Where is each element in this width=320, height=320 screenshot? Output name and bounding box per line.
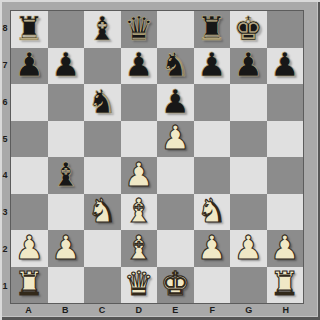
black-pawn[interactable]: ♟	[51, 48, 81, 81]
square-e8[interactable]	[157, 11, 194, 48]
square-c1[interactable]	[84, 267, 121, 304]
file-label-e: E	[157, 303, 194, 317]
square-b3[interactable]	[48, 194, 85, 231]
square-h2[interactable]: ♟	[267, 230, 304, 267]
file-label-f: F	[194, 303, 231, 317]
chess-diagram: 87654321 ♜♝♛♜♚♟♟♟♞♟♟♟♞♟♟♝♟♞♝♞♟♟♝♟♟♟♜♛♚♜ …	[0, 0, 320, 320]
square-d6[interactable]	[121, 84, 158, 121]
black-pawn[interactable]: ♟	[124, 48, 154, 81]
square-f1[interactable]	[194, 267, 231, 304]
square-c8[interactable]: ♝	[84, 11, 121, 48]
square-a2[interactable]: ♟	[11, 230, 48, 267]
rank-label-4: 4	[0, 157, 10, 194]
white-pawn[interactable]: ♟	[14, 231, 44, 264]
square-c6[interactable]: ♞	[84, 84, 121, 121]
square-b8[interactable]	[48, 11, 85, 48]
square-d1[interactable]: ♛	[121, 267, 158, 304]
square-g3[interactable]	[230, 194, 267, 231]
square-e1[interactable]: ♚	[157, 267, 194, 304]
square-a8[interactable]: ♜	[11, 11, 48, 48]
square-b7[interactable]: ♟	[48, 48, 85, 85]
square-g8[interactable]: ♚	[230, 11, 267, 48]
square-h5[interactable]	[267, 121, 304, 158]
white-knight[interactable]: ♞	[87, 194, 117, 227]
file-label-a: A	[10, 303, 47, 317]
square-g4[interactable]	[230, 157, 267, 194]
white-pawn[interactable]: ♟	[160, 121, 190, 154]
square-f3[interactable]: ♞	[194, 194, 231, 231]
square-c7[interactable]	[84, 48, 121, 85]
square-a6[interactable]	[11, 84, 48, 121]
square-e4[interactable]	[157, 157, 194, 194]
white-pawn[interactable]: ♟	[124, 158, 154, 191]
square-a4[interactable]	[11, 157, 48, 194]
square-b5[interactable]	[48, 121, 85, 158]
black-pawn[interactable]: ♟	[197, 48, 227, 81]
square-g2[interactable]: ♟	[230, 230, 267, 267]
white-pawn[interactable]: ♟	[233, 231, 263, 264]
file-labels: ABCDEFGH	[10, 303, 304, 317]
white-knight[interactable]: ♞	[197, 194, 227, 227]
black-queen[interactable]: ♛	[124, 12, 154, 45]
rank-label-7: 7	[0, 47, 10, 84]
square-a1[interactable]: ♜	[11, 267, 48, 304]
square-c2[interactable]	[84, 230, 121, 267]
rank-label-3: 3	[0, 194, 10, 231]
square-g7[interactable]: ♟	[230, 48, 267, 85]
square-h8[interactable]	[267, 11, 304, 48]
square-f4[interactable]	[194, 157, 231, 194]
square-h4[interactable]	[267, 157, 304, 194]
file-label-d: D	[120, 303, 157, 317]
square-c3[interactable]: ♞	[84, 194, 121, 231]
white-rook[interactable]: ♜	[270, 267, 300, 300]
square-c4[interactable]	[84, 157, 121, 194]
rank-label-8: 8	[0, 10, 10, 47]
square-d5[interactable]	[121, 121, 158, 158]
square-c5[interactable]	[84, 121, 121, 158]
square-e3[interactable]	[157, 194, 194, 231]
rank-label-5: 5	[0, 120, 10, 157]
square-h7[interactable]: ♟	[267, 48, 304, 85]
square-g1[interactable]	[230, 267, 267, 304]
square-e2[interactable]	[157, 230, 194, 267]
square-f8[interactable]: ♜	[194, 11, 231, 48]
square-b6[interactable]	[48, 84, 85, 121]
square-a5[interactable]	[11, 121, 48, 158]
black-pawn[interactable]: ♟	[233, 48, 263, 81]
square-e6[interactable]: ♟	[157, 84, 194, 121]
rank-label-6: 6	[0, 84, 10, 121]
white-pawn[interactable]: ♟	[197, 231, 227, 264]
square-b1[interactable]	[48, 267, 85, 304]
square-b4[interactable]: ♝	[48, 157, 85, 194]
square-f6[interactable]	[194, 84, 231, 121]
white-bishop[interactable]: ♝	[124, 194, 154, 227]
square-h3[interactable]	[267, 194, 304, 231]
file-label-b: B	[47, 303, 84, 317]
square-f5[interactable]	[194, 121, 231, 158]
rank-label-2: 2	[0, 231, 10, 268]
black-knight[interactable]: ♞	[160, 48, 190, 81]
file-label-g: G	[231, 303, 268, 317]
white-queen[interactable]: ♛	[124, 267, 154, 300]
white-rook[interactable]: ♜	[14, 267, 44, 300]
black-king[interactable]: ♚	[233, 12, 263, 45]
square-b2[interactable]: ♟	[48, 230, 85, 267]
square-h6[interactable]	[267, 84, 304, 121]
square-g6[interactable]	[230, 84, 267, 121]
black-pawn[interactable]: ♟	[270, 48, 300, 81]
black-bishop[interactable]: ♝	[87, 12, 117, 45]
white-king[interactable]: ♚	[160, 267, 190, 300]
square-e5[interactable]: ♟	[157, 121, 194, 158]
square-a7[interactable]: ♟	[11, 48, 48, 85]
file-label-c: C	[84, 303, 121, 317]
black-bishop[interactable]: ♝	[51, 158, 81, 191]
black-pawn[interactable]: ♟	[14, 48, 44, 81]
white-bishop[interactable]: ♝	[124, 231, 154, 264]
square-g5[interactable]	[230, 121, 267, 158]
square-h1[interactable]: ♜	[267, 267, 304, 304]
square-d7[interactable]: ♟	[121, 48, 158, 85]
chess-board: ♜♝♛♜♚♟♟♟♞♟♟♟♞♟♟♝♟♞♝♞♟♟♝♟♟♟♜♛♚♜	[10, 10, 304, 304]
rank-label-1: 1	[0, 267, 10, 304]
rank-labels: 87654321	[0, 10, 10, 304]
square-a3[interactable]	[11, 194, 48, 231]
white-pawn[interactable]: ♟	[51, 231, 81, 264]
square-d2[interactable]: ♝	[121, 230, 158, 267]
square-d8[interactable]: ♛	[121, 11, 158, 48]
square-f7[interactable]: ♟	[194, 48, 231, 85]
black-pawn[interactable]: ♟	[160, 85, 190, 118]
square-f2[interactable]: ♟	[194, 230, 231, 267]
black-rook[interactable]: ♜	[14, 12, 44, 45]
square-e7[interactable]: ♞	[157, 48, 194, 85]
white-pawn[interactable]: ♟	[270, 231, 300, 264]
black-knight[interactable]: ♞	[87, 85, 117, 118]
square-d4[interactable]: ♟	[121, 157, 158, 194]
black-rook[interactable]: ♜	[197, 12, 227, 45]
square-d3[interactable]: ♝	[121, 194, 158, 231]
file-label-h: H	[267, 303, 304, 317]
